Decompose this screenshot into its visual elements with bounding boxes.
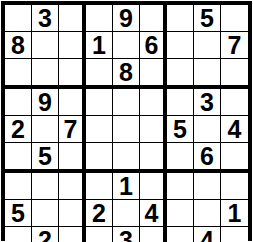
cell-r9c2: 2 (32, 227, 59, 242)
cell-r3c4[interactable] (86, 59, 113, 89)
cell-r6c2: 5 (32, 143, 59, 173)
cell-r5c3: 7 (59, 116, 86, 143)
cell-r3c6[interactable] (140, 59, 167, 89)
cell-r3c1[interactable] (5, 59, 32, 89)
cell-r8c2[interactable] (32, 200, 59, 227)
cell-r7c4[interactable] (86, 173, 113, 200)
cell-r5c1: 2 (5, 116, 32, 143)
cell-r4c4[interactable] (86, 89, 113, 116)
cell-r6c5[interactable] (113, 143, 140, 173)
cell-r3c7[interactable] (167, 59, 194, 89)
cell-r4c3[interactable] (59, 89, 86, 116)
cell-r1c5: 9 (113, 5, 140, 32)
cell-r1c8: 5 (194, 5, 221, 32)
cell-r8c3[interactable] (59, 200, 86, 227)
cell-r5c5[interactable] (113, 116, 140, 143)
cell-r3c2[interactable] (32, 59, 59, 89)
cell-r5c2[interactable] (32, 116, 59, 143)
cell-r1c2: 3 (32, 5, 59, 32)
cell-r1c4[interactable] (86, 5, 113, 32)
cell-r7c2[interactable] (32, 173, 59, 200)
cell-r5c6[interactable] (140, 116, 167, 143)
cell-r1c7[interactable] (167, 5, 194, 32)
cell-r6c1[interactable] (5, 143, 32, 173)
cell-r5c4[interactable] (86, 116, 113, 143)
cell-r1c9[interactable] (221, 5, 248, 32)
cell-r3c9[interactable] (221, 59, 248, 89)
cell-r9c3[interactable] (59, 227, 86, 242)
cell-r8c9: 1 (221, 200, 248, 227)
cell-r9c5: 3 (113, 227, 140, 242)
cell-r8c4: 2 (86, 200, 113, 227)
cell-r1c3[interactable] (59, 5, 86, 32)
cell-r7c7[interactable] (167, 173, 194, 200)
cell-r9c1[interactable] (5, 227, 32, 242)
cell-r7c6[interactable] (140, 173, 167, 200)
cell-r4c6[interactable] (140, 89, 167, 116)
cell-r8c8[interactable] (194, 200, 221, 227)
cell-r2c6: 6 (140, 32, 167, 59)
cell-r7c3[interactable] (59, 173, 86, 200)
cell-r7c8[interactable] (194, 173, 221, 200)
cell-r5c8[interactable] (194, 116, 221, 143)
cell-r4c8: 3 (194, 89, 221, 116)
cell-r2c3[interactable] (59, 32, 86, 59)
cell-r6c9[interactable] (221, 143, 248, 173)
cell-r9c6[interactable] (140, 227, 167, 242)
cell-r4c2: 9 (32, 89, 59, 116)
cell-r7c9[interactable] (221, 173, 248, 200)
cell-r2c5[interactable] (113, 32, 140, 59)
cell-r4c5[interactable] (113, 89, 140, 116)
cell-r4c9[interactable] (221, 89, 248, 116)
cell-r2c8[interactable] (194, 32, 221, 59)
cell-r7c1[interactable] (5, 173, 32, 200)
cell-r8c5[interactable] (113, 200, 140, 227)
cell-r3c5: 8 (113, 59, 140, 89)
cell-r9c7[interactable] (167, 227, 194, 242)
cell-r9c4[interactable] (86, 227, 113, 242)
cell-r6c6[interactable] (140, 143, 167, 173)
cell-r5c7: 5 (167, 116, 194, 143)
cell-r2c9: 7 (221, 32, 248, 59)
cell-r2c4: 1 (86, 32, 113, 59)
cell-r6c4[interactable] (86, 143, 113, 173)
cell-r2c2[interactable] (32, 32, 59, 59)
cell-r8c7[interactable] (167, 200, 194, 227)
cell-r5c9: 4 (221, 116, 248, 143)
cell-r4c1[interactable] (5, 89, 32, 116)
cell-r7c5: 1 (113, 173, 140, 200)
cell-r3c3[interactable] (59, 59, 86, 89)
cell-r2c7[interactable] (167, 32, 194, 59)
cell-r8c1: 5 (5, 200, 32, 227)
cell-r9c9[interactable] (221, 227, 248, 242)
cell-r6c7[interactable] (167, 143, 194, 173)
cell-r9c8: 4 (194, 227, 221, 242)
cell-r1c1[interactable] (5, 5, 32, 32)
cell-r4c7[interactable] (167, 89, 194, 116)
sudoku-board: 395816789327545615241234 (1, 1, 252, 241)
cell-r3c8[interactable] (194, 59, 221, 89)
cell-r6c8: 6 (194, 143, 221, 173)
cell-r1c6[interactable] (140, 5, 167, 32)
cell-r8c6: 4 (140, 200, 167, 227)
cell-r6c3[interactable] (59, 143, 86, 173)
cell-r2c1: 8 (5, 32, 32, 59)
